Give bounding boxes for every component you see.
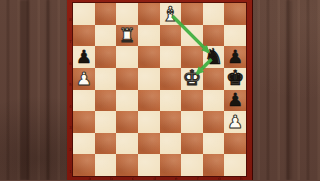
square-d3[interactable] — [138, 111, 160, 133]
rank-label-6: 6 — [68, 52, 74, 74]
square-b1[interactable] — [95, 154, 117, 176]
square-f6[interactable] — [181, 46, 203, 68]
square-b3[interactable] — [95, 111, 117, 133]
square-d4[interactable] — [138, 90, 160, 112]
chess-board-frame: ♝♜♟♞♟♟♚♚♟♟ abcdefgh 87654321 — [67, 0, 253, 180]
square-d7[interactable] — [138, 25, 160, 47]
square-c5[interactable] — [116, 68, 138, 90]
file-label-c: c — [122, 176, 144, 181]
square-h7[interactable] — [224, 25, 246, 47]
square-g7[interactable] — [203, 25, 225, 47]
square-g8[interactable] — [203, 3, 225, 25]
piece-black-pawn-a6[interactable]: ♟ — [73, 46, 95, 68]
square-e7[interactable] — [160, 25, 182, 47]
square-f3[interactable] — [181, 111, 203, 133]
square-b5[interactable] — [95, 68, 117, 90]
file-label-a: a — [79, 176, 101, 181]
square-h2[interactable] — [224, 133, 246, 155]
square-e1[interactable] — [160, 154, 182, 176]
square-c6[interactable] — [116, 46, 138, 68]
square-g4[interactable] — [203, 90, 225, 112]
square-b6[interactable] — [95, 46, 117, 68]
piece-black-knight-g6[interactable]: ♞ — [203, 46, 225, 68]
square-h1[interactable] — [224, 154, 246, 176]
square-b2[interactable] — [95, 133, 117, 155]
square-d2[interactable] — [138, 133, 160, 155]
rank-label-8: 8 — [68, 9, 74, 31]
board-squares — [73, 3, 246, 176]
square-c3[interactable] — [116, 111, 138, 133]
square-b7[interactable] — [95, 25, 117, 47]
square-d5[interactable] — [138, 68, 160, 90]
square-f2[interactable] — [181, 133, 203, 155]
file-label-f: f — [187, 176, 209, 181]
rank-label-7: 7 — [68, 31, 74, 53]
square-f8[interactable] — [181, 3, 203, 25]
square-a7[interactable] — [73, 25, 95, 47]
file-label-b: b — [101, 176, 123, 181]
file-coordinates: abcdefgh — [79, 176, 252, 181]
square-h8[interactable] — [224, 3, 246, 25]
file-label-g: g — [209, 176, 231, 181]
square-c2[interactable] — [116, 133, 138, 155]
square-e6[interactable] — [160, 46, 182, 68]
square-e5[interactable] — [160, 68, 182, 90]
rank-label-4: 4 — [68, 96, 74, 118]
chess-board[interactable]: ♝♜♟♞♟♟♚♚♟♟ abcdefgh 87654321 — [73, 3, 246, 176]
square-a3[interactable] — [73, 111, 95, 133]
square-d8[interactable] — [138, 3, 160, 25]
square-a8[interactable] — [73, 3, 95, 25]
square-a2[interactable] — [73, 133, 95, 155]
square-b8[interactable] — [95, 3, 117, 25]
rank-label-1: 1 — [68, 160, 74, 180]
piece-white-bishop-e8[interactable]: ♝ — [160, 3, 182, 25]
rank-label-2: 2 — [68, 139, 74, 161]
square-c4[interactable] — [116, 90, 138, 112]
rank-coordinates: 87654321 — [68, 9, 74, 180]
piece-black-pawn-h4[interactable]: ♟ — [224, 90, 246, 112]
square-e2[interactable] — [160, 133, 182, 155]
square-g1[interactable] — [203, 154, 225, 176]
piece-white-pawn-h3[interactable]: ♟ — [224, 111, 246, 133]
square-c8[interactable] — [116, 3, 138, 25]
square-f1[interactable] — [181, 154, 203, 176]
square-c1[interactable] — [116, 154, 138, 176]
square-e4[interactable] — [160, 90, 182, 112]
square-b4[interactable] — [95, 90, 117, 112]
wood-grain — [20, 0, 29, 180]
square-a4[interactable] — [73, 90, 95, 112]
piece-black-king-h5[interactable]: ♚ — [224, 68, 246, 90]
rank-label-3: 3 — [68, 117, 74, 139]
square-g2[interactable] — [203, 133, 225, 155]
wood-grain — [46, 0, 50, 180]
square-f7[interactable] — [181, 25, 203, 47]
rank-label-5: 5 — [68, 74, 74, 96]
piece-white-rook-c7[interactable]: ♜ — [116, 25, 138, 47]
square-e3[interactable] — [160, 111, 182, 133]
square-a1[interactable] — [73, 154, 95, 176]
file-label-h: h — [230, 176, 252, 181]
square-g3[interactable] — [203, 111, 225, 133]
square-g5[interactable] — [203, 68, 225, 90]
square-d1[interactable] — [138, 154, 160, 176]
piece-black-pawn-h6[interactable]: ♟ — [224, 46, 246, 68]
file-label-e: e — [166, 176, 188, 181]
file-label-d: d — [144, 176, 166, 181]
piece-white-pawn-a5[interactable]: ♟ — [73, 68, 95, 90]
piece-white-king-f5[interactable]: ♚ — [181, 68, 203, 90]
square-d6[interactable] — [138, 46, 160, 68]
wood-grain — [286, 0, 292, 180]
square-f4[interactable] — [181, 90, 203, 112]
